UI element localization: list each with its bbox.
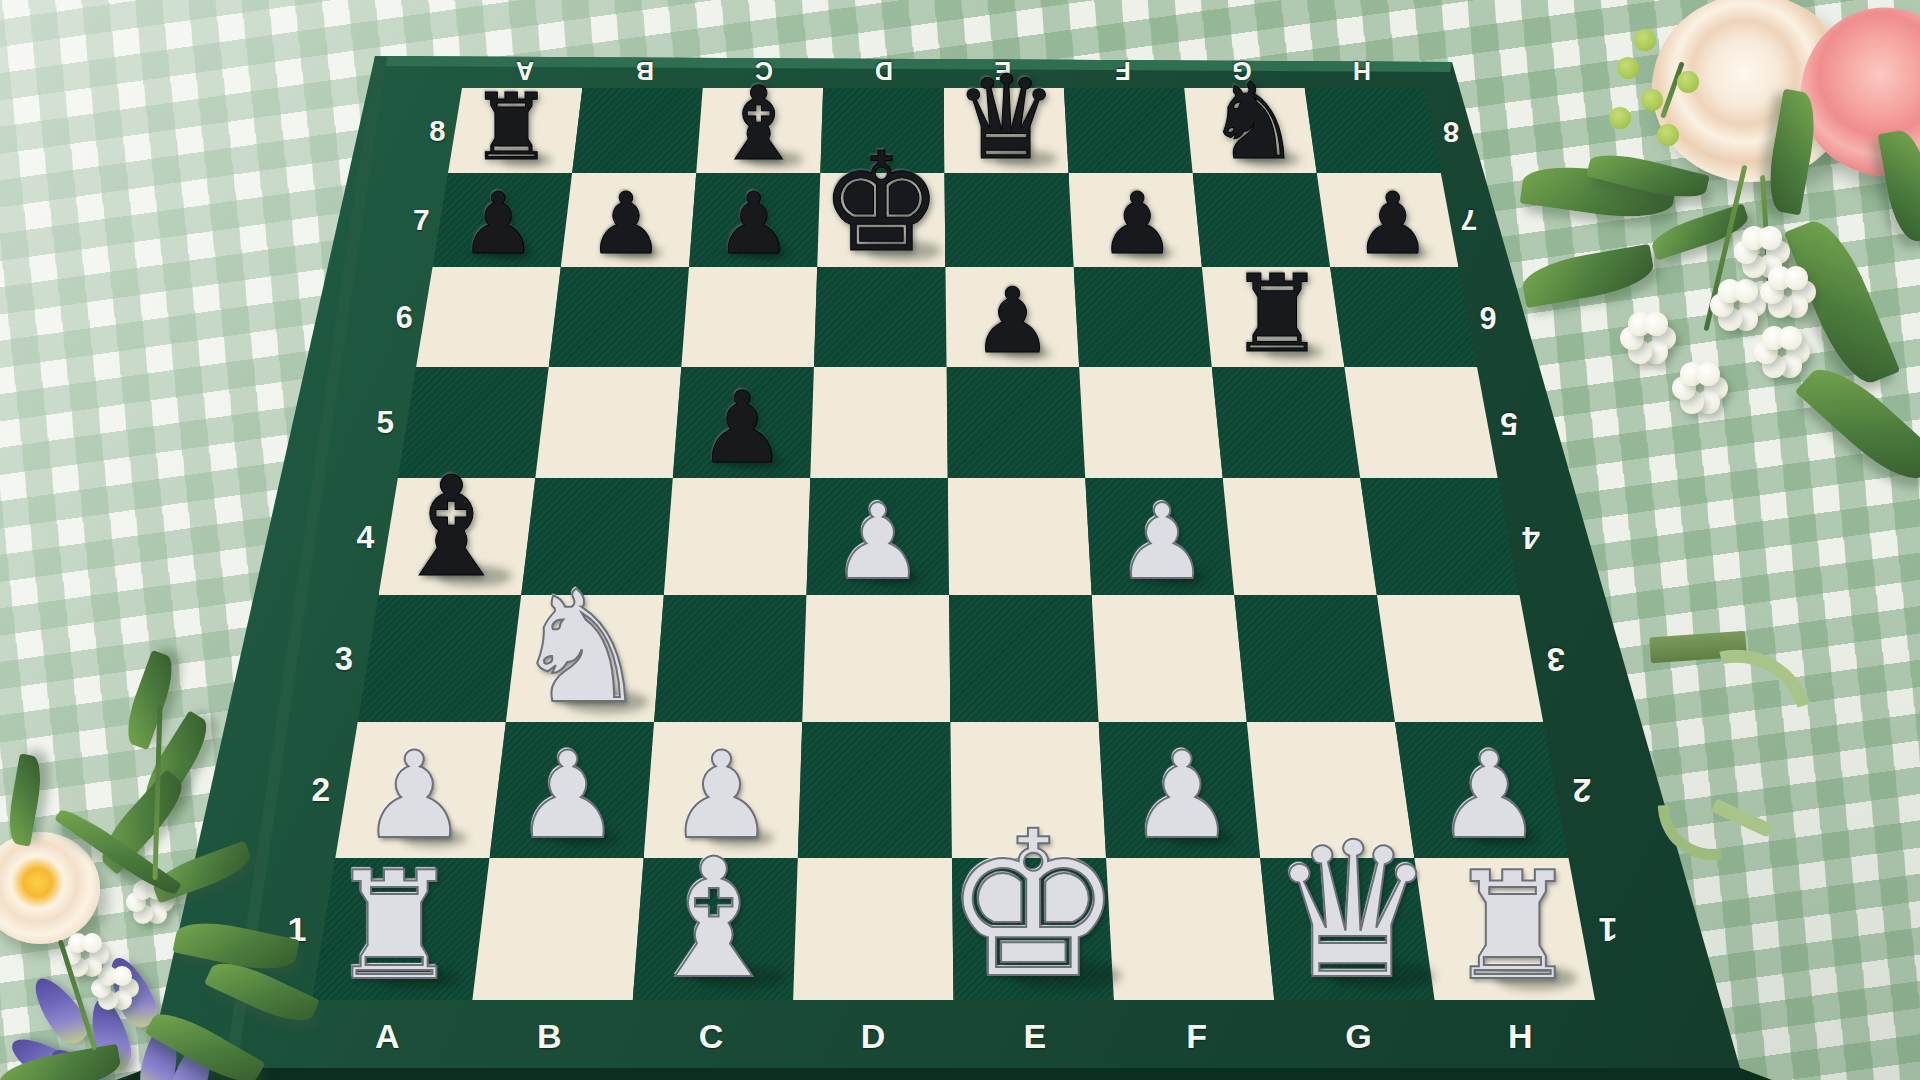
rank-label-right-8: 8 bbox=[1442, 114, 1458, 147]
piece-white-queen[interactable]: ♛ bbox=[1268, 817, 1437, 1005]
berry-bud-icon bbox=[1634, 29, 1656, 51]
white-blossom-icon bbox=[1696, 362, 1720, 386]
piece-white-rook[interactable]: ♜ bbox=[327, 852, 461, 1001]
piece-white-bishop[interactable]: ♝ bbox=[640, 837, 788, 1002]
piece-black-queen[interactable]: ♛ bbox=[954, 60, 1058, 176]
square-f1[interactable] bbox=[1106, 858, 1274, 1000]
square-e7[interactable] bbox=[944, 173, 1073, 267]
rank-label-right-1: 1 bbox=[1599, 910, 1618, 949]
berry-bud-icon bbox=[1677, 71, 1699, 93]
square-a6[interactable] bbox=[416, 267, 561, 367]
piece-black-bishop[interactable]: ♝ bbox=[390, 459, 514, 597]
square-g3[interactable] bbox=[1234, 595, 1395, 722]
square-c6[interactable] bbox=[681, 267, 817, 367]
file-label-bottom-g: G bbox=[1345, 1017, 1371, 1056]
piece-white-pawn[interactable]: ♟ bbox=[1435, 736, 1543, 856]
white-blossom-icon bbox=[1644, 312, 1668, 336]
piece-white-rook[interactable]: ♜ bbox=[1446, 852, 1580, 1001]
piece-black-pawn[interactable]: ♟ bbox=[1355, 181, 1431, 266]
rank-label-left-6: 6 bbox=[396, 300, 413, 335]
square-c3[interactable] bbox=[654, 595, 806, 722]
piece-white-pawn[interactable]: ♟ bbox=[1115, 490, 1208, 594]
piece-black-pawn[interactable]: ♟ bbox=[698, 378, 787, 477]
square-e3[interactable] bbox=[949, 595, 1099, 722]
piece-white-pawn[interactable]: ♟ bbox=[361, 736, 469, 856]
file-label-bottom-h: H bbox=[1508, 1017, 1533, 1056]
file-label-bottom-a: A bbox=[375, 1017, 400, 1056]
square-d2[interactable] bbox=[798, 722, 952, 858]
square-b6[interactable] bbox=[549, 267, 689, 367]
square-f3[interactable] bbox=[1092, 595, 1247, 722]
chess-scene: AABBCCDDEEFFGGHH1122334455667788 ♜♝♛♞♟♟♟… bbox=[0, 0, 1920, 1080]
square-d5[interactable] bbox=[810, 367, 947, 478]
piece-black-pawn[interactable]: ♟ bbox=[716, 181, 792, 266]
berry-bud-icon bbox=[1657, 124, 1679, 146]
white-blossom-icon bbox=[1758, 226, 1782, 250]
piece-white-knight[interactable]: ♞ bbox=[512, 571, 650, 725]
square-b5[interactable] bbox=[535, 367, 681, 478]
piece-black-bishop[interactable]: ♝ bbox=[713, 73, 804, 175]
square-h5[interactable] bbox=[1344, 367, 1497, 478]
rank-label-right-4: 4 bbox=[1522, 518, 1540, 555]
file-label-bottom-f: F bbox=[1186, 1017, 1207, 1056]
square-h3[interactable] bbox=[1377, 595, 1543, 722]
rank-label-left-8: 8 bbox=[429, 114, 445, 147]
white-blossom-icon bbox=[82, 933, 102, 953]
piece-black-pawn[interactable]: ♟ bbox=[1099, 181, 1175, 266]
berry-bud-icon bbox=[1609, 107, 1631, 129]
rank-label-right-5: 5 bbox=[1500, 405, 1517, 441]
white-blossom-icon bbox=[112, 966, 132, 986]
file-label-bottom-b: B bbox=[537, 1017, 562, 1056]
piece-black-pawn[interactable]: ♟ bbox=[588, 181, 664, 266]
file-label-top-h: H bbox=[1352, 56, 1370, 85]
berry-bud-icon bbox=[1617, 57, 1639, 79]
piece-black-pawn[interactable]: ♟ bbox=[972, 276, 1053, 366]
piece-black-rook[interactable]: ♜ bbox=[1229, 261, 1325, 368]
square-g5[interactable] bbox=[1212, 367, 1360, 478]
square-d3[interactable] bbox=[802, 595, 950, 722]
rank-label-right-7: 7 bbox=[1460, 203, 1477, 237]
piece-black-rook[interactable]: ♜ bbox=[470, 82, 552, 174]
berry-bud-icon bbox=[1641, 89, 1663, 111]
square-e4[interactable] bbox=[948, 478, 1092, 595]
piece-white-pawn[interactable]: ♟ bbox=[514, 736, 622, 856]
square-b8[interactable] bbox=[572, 88, 703, 173]
square-e5[interactable] bbox=[947, 367, 1086, 478]
square-d1[interactable] bbox=[793, 858, 953, 1000]
square-c4[interactable] bbox=[664, 478, 810, 595]
rank-label-left-3: 3 bbox=[335, 640, 353, 678]
rank-label-left-5: 5 bbox=[376, 405, 393, 441]
white-blossom-icon bbox=[1784, 266, 1808, 290]
white-blossom-icon bbox=[1734, 279, 1758, 303]
file-label-top-b: B bbox=[636, 56, 654, 85]
square-f8[interactable] bbox=[1064, 88, 1193, 173]
file-label-top-f: F bbox=[1115, 56, 1130, 85]
square-h8[interactable] bbox=[1305, 88, 1441, 173]
rank-label-left-4: 4 bbox=[357, 518, 375, 555]
file-label-bottom-c: C bbox=[699, 1017, 724, 1056]
rank-label-left-7: 7 bbox=[413, 203, 430, 237]
rank-label-left-2: 2 bbox=[311, 771, 330, 809]
piece-white-pawn[interactable]: ♟ bbox=[831, 490, 924, 594]
rank-label-right-3: 3 bbox=[1547, 640, 1565, 678]
piece-white-pawn[interactable]: ♟ bbox=[1128, 736, 1236, 856]
file-label-bottom-d: D bbox=[861, 1017, 886, 1056]
square-f5[interactable] bbox=[1079, 367, 1223, 478]
square-h6[interactable] bbox=[1330, 267, 1477, 367]
square-a3[interactable] bbox=[358, 595, 522, 722]
square-f6[interactable] bbox=[1074, 267, 1212, 367]
rank-label-right-2: 2 bbox=[1572, 771, 1591, 809]
square-g4[interactable] bbox=[1223, 478, 1377, 595]
piece-black-king[interactable]: ♚ bbox=[820, 134, 943, 271]
square-b1[interactable] bbox=[472, 858, 643, 1000]
square-h4[interactable] bbox=[1360, 478, 1519, 595]
piece-black-knight[interactable]: ♞ bbox=[1206, 69, 1301, 175]
white-blossom-icon bbox=[1778, 326, 1802, 350]
piece-white-king[interactable]: ♚ bbox=[943, 804, 1124, 1006]
piece-black-pawn[interactable]: ♟ bbox=[460, 181, 536, 266]
rank-label-right-6: 6 bbox=[1479, 300, 1496, 335]
file-label-top-d: D bbox=[875, 56, 893, 85]
